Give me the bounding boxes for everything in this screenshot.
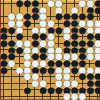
- white-stone: ●: [47, 0, 55, 6]
- intersection[interactable]: [0, 80, 8, 87]
- white-stone: ●: [63, 93, 71, 100]
- white-stone: ●: [79, 0, 87, 6]
- intersection[interactable]: ●: [55, 87, 63, 94]
- intersection[interactable]: [39, 93, 47, 100]
- intersection[interactable]: [16, 87, 24, 94]
- black-stone: ●: [24, 0, 32, 6]
- intersection[interactable]: [47, 7, 55, 14]
- intersection[interactable]: ●: [79, 0, 87, 7]
- intersection[interactable]: ●: [71, 67, 79, 74]
- white-stone: ●: [86, 53, 94, 60]
- intersection[interactable]: ●: [16, 47, 24, 54]
- black-stone: ●: [0, 67, 8, 74]
- intersection[interactable]: ●: [55, 13, 63, 20]
- intersection[interactable]: ●: [79, 93, 87, 100]
- black-stone: ●: [55, 87, 63, 94]
- intersection[interactable]: [55, 33, 63, 40]
- intersection[interactable]: ●: [79, 27, 87, 34]
- intersection[interactable]: [31, 93, 39, 100]
- intersection[interactable]: [0, 93, 8, 100]
- intersection[interactable]: ●: [55, 27, 63, 34]
- intersection[interactable]: ●: [71, 93, 79, 100]
- intersection[interactable]: [47, 73, 55, 80]
- white-stone: ●: [24, 73, 32, 80]
- black-stone: ●: [24, 20, 32, 27]
- intersection[interactable]: ●: [0, 40, 8, 47]
- intersection[interactable]: ●: [47, 0, 55, 7]
- intersection[interactable]: ●: [0, 67, 8, 74]
- intersection[interactable]: [8, 80, 16, 87]
- intersection[interactable]: [94, 93, 100, 100]
- intersection[interactable]: ●: [24, 20, 32, 27]
- intersection[interactable]: [16, 80, 24, 87]
- intersection[interactable]: ●: [47, 87, 55, 94]
- black-stone: ●: [24, 87, 32, 94]
- black-stone: ●: [31, 13, 39, 20]
- intersection[interactable]: ●: [86, 53, 94, 60]
- intersection[interactable]: ●: [16, 0, 24, 7]
- intersection[interactable]: [55, 93, 63, 100]
- intersection[interactable]: ●: [16, 67, 24, 74]
- white-stone: ●: [71, 93, 79, 100]
- black-stone: ●: [86, 87, 94, 94]
- intersection[interactable]: ●: [94, 7, 100, 14]
- black-stone: ●: [79, 73, 87, 80]
- intersection[interactable]: [8, 93, 16, 100]
- black-stone: ●: [16, 0, 24, 6]
- black-stone: ●: [8, 26, 16, 33]
- intersection[interactable]: [31, 87, 39, 94]
- intersection[interactable]: [8, 67, 16, 74]
- black-stone: ●: [94, 6, 100, 13]
- intersection[interactable]: [8, 73, 16, 80]
- intersection[interactable]: ●: [79, 73, 87, 80]
- intersection[interactable]: ●: [31, 13, 39, 20]
- black-stone: ●: [16, 47, 24, 54]
- black-stone: ●: [94, 87, 100, 94]
- intersection[interactable]: ●: [8, 60, 16, 67]
- intersection[interactable]: [16, 53, 24, 60]
- white-stone: ●: [79, 93, 87, 100]
- intersection[interactable]: ●: [24, 73, 32, 80]
- intersection[interactable]: ●: [47, 67, 55, 74]
- black-stone: ●: [55, 13, 63, 20]
- intersection[interactable]: ●: [31, 80, 39, 87]
- intersection[interactable]: [0, 73, 8, 80]
- intersection[interactable]: [8, 0, 16, 7]
- intersection[interactable]: ●: [94, 87, 100, 94]
- intersection[interactable]: ●: [24, 87, 32, 94]
- intersection[interactable]: [0, 87, 8, 94]
- black-stone: ●: [79, 26, 87, 33]
- intersection[interactable]: ●: [63, 93, 71, 100]
- black-stone: ●: [47, 87, 55, 94]
- intersection[interactable]: [47, 93, 55, 100]
- black-stone: ●: [71, 67, 79, 74]
- intersection[interactable]: [0, 0, 8, 7]
- black-stone: ●: [0, 40, 8, 47]
- intersection[interactable]: ●: [86, 87, 94, 94]
- black-stone: ●: [39, 67, 47, 74]
- intersection[interactable]: ●: [39, 87, 47, 94]
- go-board[interactable]: ●●●●●●●●●●●●●●●●●●●●●●●●●●●●●●●●●●●●●●●●…: [0, 0, 100, 100]
- intersection[interactable]: ●: [39, 67, 47, 74]
- intersection[interactable]: [63, 0, 71, 7]
- intersection[interactable]: [0, 13, 8, 20]
- white-stone: ●: [16, 67, 24, 74]
- intersection[interactable]: [8, 87, 16, 94]
- intersection[interactable]: [16, 93, 24, 100]
- intersection[interactable]: ●: [24, 0, 32, 7]
- intersection[interactable]: [0, 7, 8, 14]
- white-stone: ●: [31, 80, 39, 87]
- white-stone: ●: [8, 60, 16, 67]
- black-stone: ●: [55, 26, 63, 33]
- intersection[interactable]: [24, 27, 32, 34]
- intersection[interactable]: ●: [8, 27, 16, 34]
- intersection[interactable]: [86, 93, 94, 100]
- black-stone: ●: [47, 67, 55, 74]
- black-stone: ●: [39, 87, 47, 94]
- intersection[interactable]: [16, 73, 24, 80]
- intersection[interactable]: [24, 93, 32, 100]
